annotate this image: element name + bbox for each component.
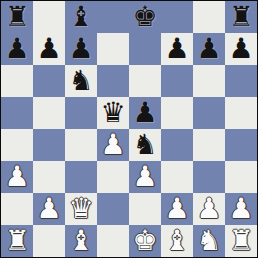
piece-white-king[interactable]: ♚ [132, 225, 157, 257]
square-h3[interactable] [225, 161, 257, 193]
square-g7[interactable]: ♟ [193, 33, 225, 65]
piece-black-pawn[interactable]: ♟ [68, 33, 93, 65]
square-g6[interactable] [193, 65, 225, 97]
square-f1[interactable]: ♝ [161, 225, 193, 257]
piece-black-pawn[interactable]: ♟ [132, 97, 157, 129]
piece-white-queen[interactable]: ♛ [68, 193, 93, 225]
square-c5[interactable] [65, 97, 97, 129]
piece-black-knight[interactable]: ♞ [68, 65, 93, 97]
square-g1[interactable]: ♞ [193, 225, 225, 257]
square-d3[interactable] [97, 161, 129, 193]
square-h6[interactable] [225, 65, 257, 97]
square-d4[interactable]: ♟ [97, 129, 129, 161]
square-c7[interactable]: ♟ [65, 33, 97, 65]
square-c6[interactable]: ♞ [65, 65, 97, 97]
square-a8[interactable]: ♜ [1, 1, 33, 33]
piece-black-rook[interactable]: ♜ [4, 1, 29, 33]
square-e8[interactable]: ♚ [129, 1, 161, 33]
square-f3[interactable] [161, 161, 193, 193]
square-a7[interactable]: ♟ [1, 33, 33, 65]
chess-board: ♜♝♚♜♟♟♟♟♟♟♞♛♟♟♞♟♟♟♛♟♟♟♜♝♚♝♞♜ [0, 0, 258, 258]
square-e2[interactable] [129, 193, 161, 225]
square-g3[interactable] [193, 161, 225, 193]
square-b8[interactable] [33, 1, 65, 33]
piece-white-bishop[interactable]: ♝ [164, 225, 189, 257]
piece-black-queen[interactable]: ♛ [100, 97, 125, 129]
square-g4[interactable] [193, 129, 225, 161]
piece-white-knight[interactable]: ♞ [196, 225, 221, 257]
square-e6[interactable] [129, 65, 161, 97]
square-f5[interactable] [161, 97, 193, 129]
square-f4[interactable] [161, 129, 193, 161]
square-d2[interactable] [97, 193, 129, 225]
piece-black-knight[interactable]: ♞ [132, 129, 157, 161]
chess-diagram: ♜♝♚♜♟♟♟♟♟♟♞♛♟♟♞♟♟♟♛♟♟♟♜♝♚♝♞♜ [0, 0, 258, 258]
square-g5[interactable] [193, 97, 225, 129]
piece-black-rook[interactable]: ♜ [228, 1, 253, 33]
piece-black-pawn[interactable]: ♟ [4, 33, 29, 65]
square-e3[interactable]: ♟ [129, 161, 161, 193]
piece-white-pawn[interactable]: ♟ [36, 193, 61, 225]
square-e1[interactable]: ♚ [129, 225, 161, 257]
square-b7[interactable]: ♟ [33, 33, 65, 65]
square-b5[interactable] [33, 97, 65, 129]
square-h5[interactable] [225, 97, 257, 129]
square-h1[interactable]: ♜ [225, 225, 257, 257]
piece-black-king[interactable]: ♚ [132, 1, 157, 33]
piece-black-pawn[interactable]: ♟ [164, 33, 189, 65]
piece-black-pawn[interactable]: ♟ [36, 33, 61, 65]
piece-white-bishop[interactable]: ♝ [68, 225, 93, 257]
square-a4[interactable] [1, 129, 33, 161]
piece-white-rook[interactable]: ♜ [4, 225, 29, 257]
square-d6[interactable] [97, 65, 129, 97]
piece-white-pawn[interactable]: ♟ [132, 161, 157, 193]
square-e4[interactable]: ♞ [129, 129, 161, 161]
square-f6[interactable] [161, 65, 193, 97]
square-h2[interactable]: ♟ [225, 193, 257, 225]
piece-white-pawn[interactable]: ♟ [100, 129, 125, 161]
square-f7[interactable]: ♟ [161, 33, 193, 65]
square-f2[interactable]: ♟ [161, 193, 193, 225]
square-h4[interactable] [225, 129, 257, 161]
square-c8[interactable]: ♝ [65, 1, 97, 33]
piece-white-rook[interactable]: ♜ [228, 225, 253, 257]
square-e7[interactable] [129, 33, 161, 65]
piece-white-pawn[interactable]: ♟ [196, 193, 221, 225]
square-a1[interactable]: ♜ [1, 225, 33, 257]
square-h7[interactable]: ♟ [225, 33, 257, 65]
square-b1[interactable] [33, 225, 65, 257]
piece-black-pawn[interactable]: ♟ [228, 33, 253, 65]
square-a5[interactable] [1, 97, 33, 129]
square-a6[interactable] [1, 65, 33, 97]
square-c4[interactable] [65, 129, 97, 161]
square-d5[interactable]: ♛ [97, 97, 129, 129]
piece-white-pawn[interactable]: ♟ [4, 161, 29, 193]
square-d1[interactable] [97, 225, 129, 257]
square-a3[interactable]: ♟ [1, 161, 33, 193]
square-b2[interactable]: ♟ [33, 193, 65, 225]
square-d8[interactable] [97, 1, 129, 33]
square-g8[interactable] [193, 1, 225, 33]
piece-white-pawn[interactable]: ♟ [228, 193, 253, 225]
piece-black-pawn[interactable]: ♟ [196, 33, 221, 65]
square-g2[interactable]: ♟ [193, 193, 225, 225]
square-c2[interactable]: ♛ [65, 193, 97, 225]
square-f8[interactable] [161, 1, 193, 33]
piece-white-pawn[interactable]: ♟ [164, 193, 189, 225]
piece-black-bishop[interactable]: ♝ [68, 1, 93, 33]
square-c3[interactable] [65, 161, 97, 193]
square-h8[interactable]: ♜ [225, 1, 257, 33]
square-d7[interactable] [97, 33, 129, 65]
square-b4[interactable] [33, 129, 65, 161]
square-a2[interactable] [1, 193, 33, 225]
square-b6[interactable] [33, 65, 65, 97]
square-c1[interactable]: ♝ [65, 225, 97, 257]
square-e5[interactable]: ♟ [129, 97, 161, 129]
square-b3[interactable] [33, 161, 65, 193]
